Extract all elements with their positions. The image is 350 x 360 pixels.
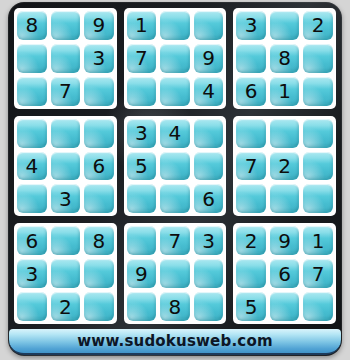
sudoku-cell-r6c5[interactable] <box>160 184 190 213</box>
sudoku-cell-r7c6: 3 <box>194 226 224 255</box>
sudoku-cell-r4c8[interactable] <box>270 119 300 148</box>
sudoku-cell-r1c9: 2 <box>303 11 333 40</box>
sudoku-cell-r3c9[interactable] <box>303 77 333 106</box>
sudoku-cell-r1c3: 9 <box>84 11 114 40</box>
sudoku-cell-r5c2[interactable] <box>51 152 81 181</box>
sudoku-cell-r9c5: 8 <box>160 292 190 321</box>
sudoku-cell-r7c2[interactable] <box>51 226 81 255</box>
box-3-1: 6832 <box>14 223 117 324</box>
sudoku-cell-r3c6: 4 <box>194 77 224 106</box>
sudoku-cell-r8c1: 3 <box>17 259 47 288</box>
sudoku-cell-r6c4[interactable] <box>127 184 157 213</box>
sudoku-cell-r4c9[interactable] <box>303 119 333 148</box>
sudoku-cell-r5c7: 7 <box>236 152 266 181</box>
sudoku-cell-r1c4: 1 <box>127 11 157 40</box>
sudoku-cell-r4c6[interactable] <box>194 119 224 148</box>
box-2-1: 463 <box>14 116 117 217</box>
sudoku-cell-r5c8: 2 <box>270 152 300 181</box>
sudoku-cell-r3c5[interactable] <box>160 77 190 106</box>
sudoku-cell-r8c8: 6 <box>270 259 300 288</box>
sudoku-cell-r9c7: 5 <box>236 292 266 321</box>
sudoku-cell-r8c5[interactable] <box>160 259 190 288</box>
sudoku-board: 893717943286146334567268327398291675 <box>8 2 342 329</box>
sudoku-cell-r7c5: 7 <box>160 226 190 255</box>
sudoku-cell-r6c7[interactable] <box>236 184 266 213</box>
box-3-3: 291675 <box>233 223 336 324</box>
box-1-3: 32861 <box>233 8 336 109</box>
sudoku-cell-r2c5[interactable] <box>160 44 190 73</box>
sudoku-cell-r9c2: 2 <box>51 292 81 321</box>
sudoku-cell-r6c2: 3 <box>51 184 81 213</box>
sudoku-cell-r5c1: 4 <box>17 152 47 181</box>
sudoku-cell-r1c2[interactable] <box>51 11 81 40</box>
sudoku-cell-r9c3[interactable] <box>84 292 114 321</box>
box-1-2: 1794 <box>124 8 227 109</box>
sudoku-cell-r4c2[interactable] <box>51 119 81 148</box>
sudoku-cell-r9c1[interactable] <box>17 292 47 321</box>
sudoku-cell-r2c7[interactable] <box>236 44 266 73</box>
footer-bar: www.sudokusweb.com <box>9 329 341 355</box>
page-background: 893717943286146334567268327398291675 www… <box>0 0 350 360</box>
sudoku-cell-r7c9: 1 <box>303 226 333 255</box>
sudoku-cell-r2c4: 7 <box>127 44 157 73</box>
sudoku-cell-r4c3[interactable] <box>84 119 114 148</box>
sudoku-cell-r2c3: 3 <box>84 44 114 73</box>
sudoku-cell-r5c4: 5 <box>127 152 157 181</box>
sudoku-cell-r1c1: 8 <box>17 11 47 40</box>
sudoku-cell-r5c6[interactable] <box>194 152 224 181</box>
sudoku-cell-r6c1[interactable] <box>17 184 47 213</box>
sudoku-cell-r4c1[interactable] <box>17 119 47 148</box>
sudoku-cell-r8c3[interactable] <box>84 259 114 288</box>
sudoku-cell-r8c9: 7 <box>303 259 333 288</box>
sudoku-cell-r4c4: 3 <box>127 119 157 148</box>
box-1-1: 8937 <box>14 8 117 109</box>
sudoku-cell-r9c9[interactable] <box>303 292 333 321</box>
sudoku-cell-r1c8[interactable] <box>270 11 300 40</box>
sudoku-cell-r3c2: 7 <box>51 77 81 106</box>
sudoku-cell-r3c1[interactable] <box>17 77 47 106</box>
board-frame: 893717943286146334567268327398291675 www… <box>8 2 342 356</box>
sudoku-cell-r9c8[interactable] <box>270 292 300 321</box>
sudoku-cell-r1c5[interactable] <box>160 11 190 40</box>
site-url-text: www.sudokusweb.com <box>77 332 272 350</box>
sudoku-cell-r6c3[interactable] <box>84 184 114 213</box>
sudoku-cell-r5c3: 6 <box>84 152 114 181</box>
box-2-3: 72 <box>233 116 336 217</box>
sudoku-cell-r3c4[interactable] <box>127 77 157 106</box>
sudoku-cell-r5c5[interactable] <box>160 152 190 181</box>
sudoku-cell-r9c6[interactable] <box>194 292 224 321</box>
sudoku-cell-r7c4[interactable] <box>127 226 157 255</box>
sudoku-cell-r9c4[interactable] <box>127 292 157 321</box>
sudoku-cell-r2c8: 8 <box>270 44 300 73</box>
sudoku-cell-r2c2[interactable] <box>51 44 81 73</box>
sudoku-cell-r6c9[interactable] <box>303 184 333 213</box>
sudoku-cell-r1c6[interactable] <box>194 11 224 40</box>
sudoku-cell-r7c8: 9 <box>270 226 300 255</box>
box-3-2: 7398 <box>124 223 227 324</box>
sudoku-cell-r8c6[interactable] <box>194 259 224 288</box>
sudoku-cell-r3c7: 6 <box>236 77 266 106</box>
sudoku-cell-r6c8[interactable] <box>270 184 300 213</box>
sudoku-cell-r2c1[interactable] <box>17 44 47 73</box>
sudoku-cell-r4c7[interactable] <box>236 119 266 148</box>
sudoku-cell-r8c2[interactable] <box>51 259 81 288</box>
sudoku-cell-r7c7: 2 <box>236 226 266 255</box>
sudoku-cell-r8c4: 9 <box>127 259 157 288</box>
sudoku-cell-r2c6: 9 <box>194 44 224 73</box>
sudoku-cell-r7c1: 6 <box>17 226 47 255</box>
sudoku-cell-r6c6: 6 <box>194 184 224 213</box>
sudoku-cell-r4c5: 4 <box>160 119 190 148</box>
sudoku-cell-r5c9[interactable] <box>303 152 333 181</box>
sudoku-cell-r8c7[interactable] <box>236 259 266 288</box>
sudoku-cell-r3c3[interactable] <box>84 77 114 106</box>
sudoku-cell-r3c8: 1 <box>270 77 300 106</box>
box-2-2: 3456 <box>124 116 227 217</box>
sudoku-cell-r7c3: 8 <box>84 226 114 255</box>
sudoku-cell-r2c9[interactable] <box>303 44 333 73</box>
sudoku-cell-r1c7: 3 <box>236 11 266 40</box>
